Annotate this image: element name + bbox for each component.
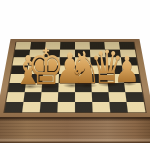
chess-board-photo: ♝♚♟♞♛♟ bbox=[0, 0, 150, 150]
pieces-layer: ♝♚♟♞♛♟ bbox=[0, 0, 150, 150]
piece-pawn[interactable]: ♟ bbox=[114, 52, 140, 88]
